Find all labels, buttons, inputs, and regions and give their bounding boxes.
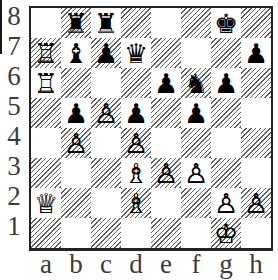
square-c6[interactable] [91, 68, 121, 98]
square-b6[interactable] [61, 68, 91, 98]
square-g2[interactable]: ♙ [211, 188, 241, 218]
white-bishop[interactable]: ♗ [121, 188, 151, 218]
square-e8[interactable] [151, 8, 181, 38]
square-e5[interactable] [151, 98, 181, 128]
black-pawn[interactable]: ♟ [181, 98, 211, 128]
square-a4[interactable] [31, 128, 61, 158]
rank-label-1: 1 [2, 211, 26, 241]
square-d5[interactable]: ♟ [121, 98, 151, 128]
square-a7[interactable]: ♖ [31, 38, 61, 68]
rank-label-6: 6 [2, 61, 26, 91]
square-d6[interactable] [121, 68, 151, 98]
rank-label-4: 4 [2, 121, 26, 151]
square-a2[interactable]: ♕ [31, 188, 61, 218]
square-h4[interactable] [241, 128, 271, 158]
square-b5[interactable]: ♟ [61, 98, 91, 128]
black-pawn[interactable]: ♟ [151, 68, 181, 98]
square-d1[interactable] [121, 218, 151, 248]
square-h8[interactable] [241, 8, 271, 38]
square-g1[interactable]: ♔ [211, 218, 241, 248]
square-g8[interactable]: ♚ [211, 8, 241, 38]
white-rook[interactable]: ♖ [31, 38, 61, 68]
square-e7[interactable] [151, 38, 181, 68]
square-b8[interactable]: ♜ [61, 8, 91, 38]
square-f7[interactable] [181, 38, 211, 68]
square-a3[interactable] [31, 158, 61, 188]
white-bishop[interactable]: ♗ [121, 158, 151, 188]
square-g4[interactable] [211, 128, 241, 158]
square-c7[interactable]: ♟ [91, 38, 121, 68]
square-h2[interactable]: ♙ [241, 188, 271, 218]
white-king[interactable]: ♔ [211, 218, 241, 248]
square-e4[interactable] [151, 128, 181, 158]
square-g6[interactable]: ♟ [211, 68, 241, 98]
square-g7[interactable] [211, 38, 241, 68]
white-pawn[interactable]: ♙ [181, 158, 211, 188]
square-b7[interactable]: ♝ [61, 38, 91, 68]
chess-board: ♜♜♚♖♝♟♛♟♖♟♞♟♟♙♟♟♙♙♗♙♙♕♗♙♙♔ [29, 6, 273, 251]
square-h1[interactable] [241, 218, 271, 248]
square-a8[interactable] [31, 8, 61, 38]
square-e3[interactable]: ♙ [151, 158, 181, 188]
black-pawn[interactable]: ♟ [61, 98, 91, 128]
square-f6[interactable]: ♞ [181, 68, 211, 98]
square-b2[interactable] [61, 188, 91, 218]
square-h7[interactable]: ♟ [241, 38, 271, 68]
square-f1[interactable] [181, 218, 211, 248]
black-rook[interactable]: ♜ [61, 8, 91, 38]
file-label-a: a [31, 249, 61, 279]
square-b1[interactable] [61, 218, 91, 248]
white-pawn[interactable]: ♙ [91, 98, 121, 128]
white-pawn[interactable]: ♙ [61, 128, 91, 158]
square-f3[interactable]: ♙ [181, 158, 211, 188]
square-h6[interactable] [241, 68, 271, 98]
black-pawn[interactable]: ♟ [91, 38, 121, 68]
square-c8[interactable]: ♜ [91, 8, 121, 38]
rank-label-2: 2 [2, 181, 26, 211]
white-rook[interactable]: ♖ [31, 68, 61, 98]
square-e1[interactable] [151, 218, 181, 248]
file-label-d: d [121, 249, 151, 279]
rank-label-8: 8 [2, 1, 26, 31]
rank-label-5: 5 [2, 91, 26, 121]
file-label-g: g [211, 249, 241, 279]
square-h5[interactable] [241, 98, 271, 128]
file-label-b: b [61, 249, 91, 279]
black-queen[interactable]: ♛ [121, 38, 151, 68]
square-f4[interactable] [181, 128, 211, 158]
square-d3[interactable]: ♗ [121, 158, 151, 188]
square-c3[interactable] [91, 158, 121, 188]
square-g5[interactable] [211, 98, 241, 128]
white-pawn[interactable]: ♙ [241, 188, 271, 218]
square-a1[interactable] [31, 218, 61, 248]
square-d7[interactable]: ♛ [121, 38, 151, 68]
chess-diagram-page: 87654321 ♜♜♚♖♝♟♛♟♖♟♞♟♟♙♟♟♙♙♗♙♙♕♗♙♙♔ abcd… [0, 0, 278, 280]
black-king[interactable]: ♚ [211, 8, 241, 38]
square-f5[interactable]: ♟ [181, 98, 211, 128]
square-f8[interactable] [181, 8, 211, 38]
square-f2[interactable] [181, 188, 211, 218]
rank-label-3: 3 [2, 151, 26, 181]
square-b3[interactable] [61, 158, 91, 188]
square-c4[interactable] [91, 128, 121, 158]
square-a6[interactable]: ♖ [31, 68, 61, 98]
file-label-c: c [91, 249, 121, 279]
square-c2[interactable] [91, 188, 121, 218]
square-d2[interactable]: ♗ [121, 188, 151, 218]
square-d4[interactable]: ♙ [121, 128, 151, 158]
square-a5[interactable] [31, 98, 61, 128]
square-b4[interactable]: ♙ [61, 128, 91, 158]
black-pawn[interactable]: ♟ [241, 38, 271, 68]
rank-label-7: 7 [2, 31, 26, 61]
square-d8[interactable] [121, 8, 151, 38]
square-h3[interactable] [241, 158, 271, 188]
square-e6[interactable]: ♟ [151, 68, 181, 98]
white-queen[interactable]: ♕ [31, 188, 61, 218]
black-bishop[interactable]: ♝ [61, 38, 91, 68]
white-pawn[interactable]: ♙ [151, 158, 181, 188]
square-c5[interactable]: ♙ [91, 98, 121, 128]
black-knight[interactable]: ♞ [181, 68, 211, 98]
file-label-h: h [241, 249, 271, 279]
white-pawn[interactable]: ♙ [211, 188, 241, 218]
file-label-f: f [181, 249, 211, 279]
square-e2[interactable] [151, 188, 181, 218]
white-pawn[interactable]: ♙ [121, 128, 151, 158]
black-pawn[interactable]: ♟ [211, 68, 241, 98]
black-rook[interactable]: ♜ [91, 8, 121, 38]
square-g3[interactable] [211, 158, 241, 188]
black-pawn[interactable]: ♟ [121, 98, 151, 128]
file-label-e: e [151, 249, 181, 279]
square-c1[interactable] [91, 218, 121, 248]
